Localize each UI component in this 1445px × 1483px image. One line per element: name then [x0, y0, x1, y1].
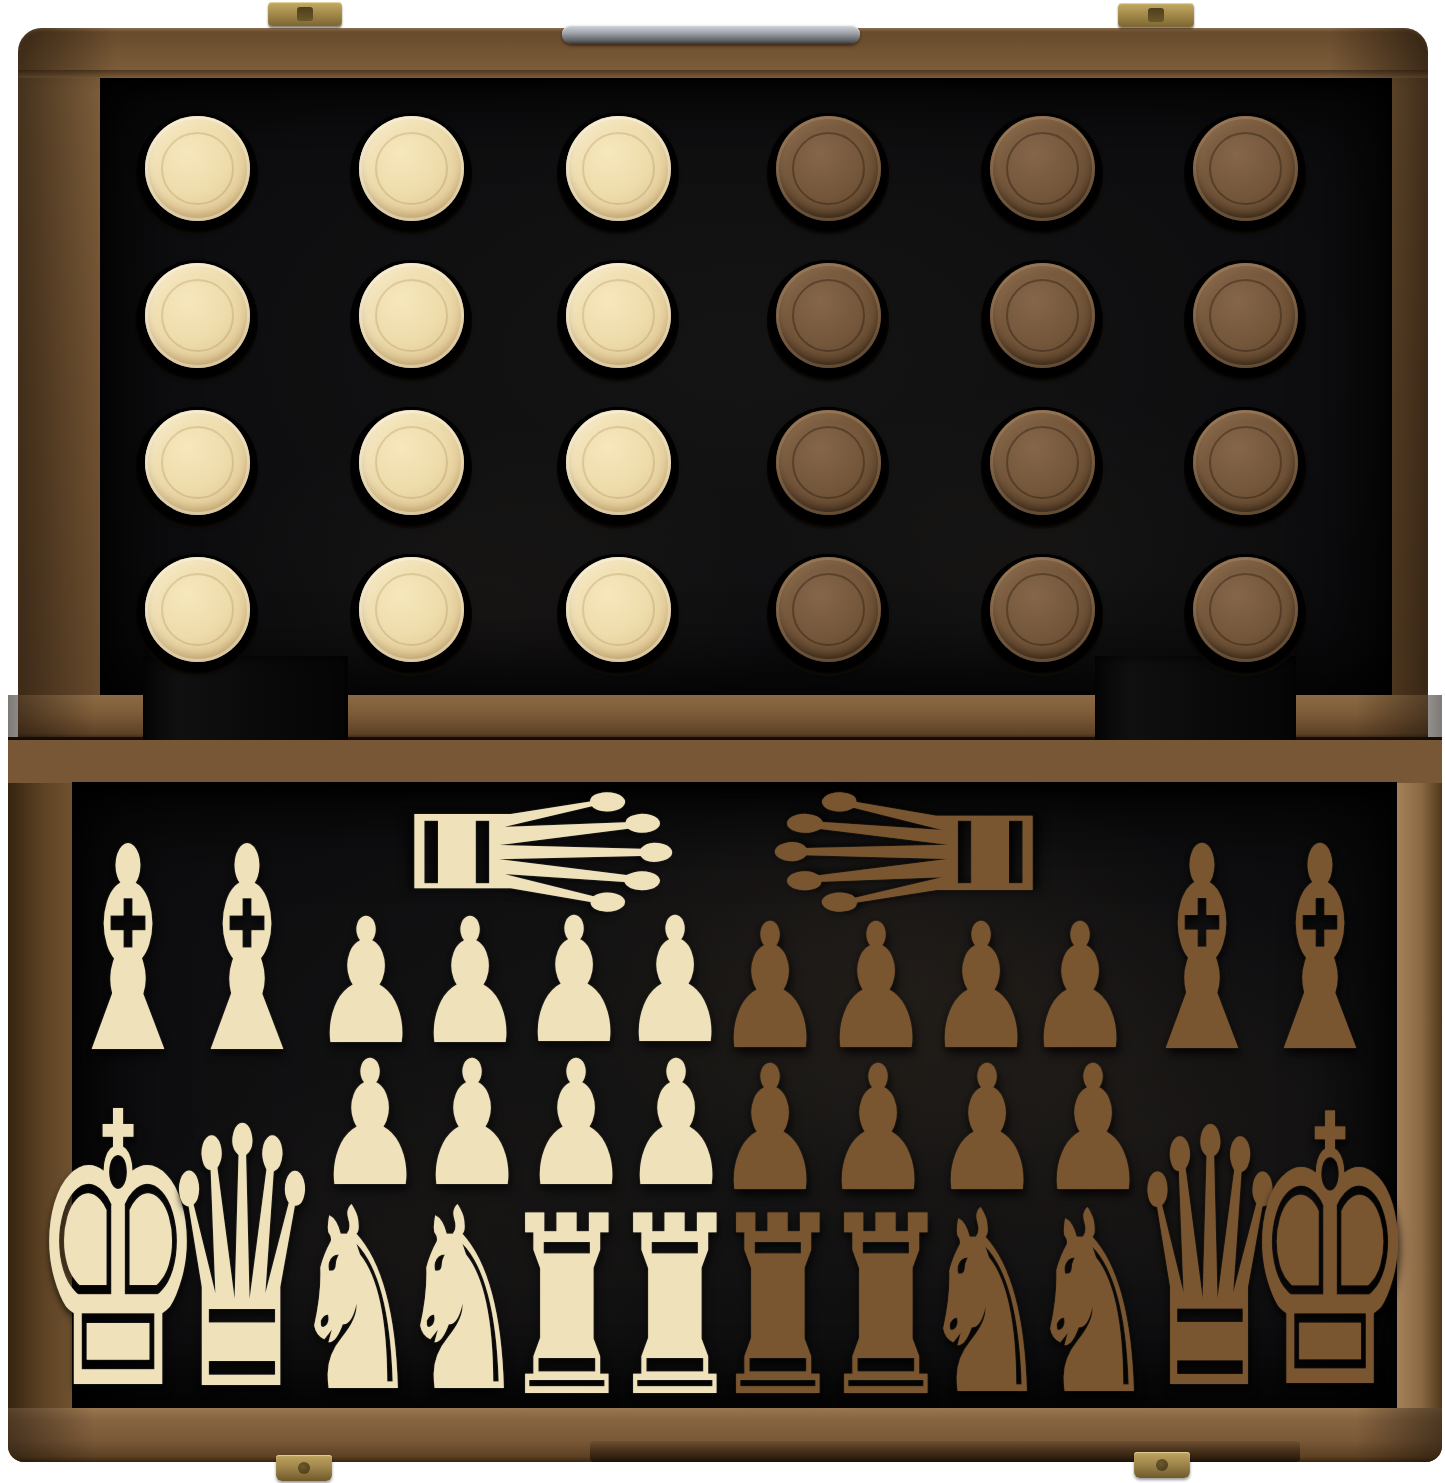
checker-light[interactable] [359, 410, 464, 515]
checker-dark[interactable] [990, 557, 1095, 662]
checker-dark[interactable] [776, 557, 881, 662]
checker-light[interactable] [145, 410, 250, 515]
checker-light[interactable] [145, 116, 250, 221]
checker-light[interactable] [359, 557, 464, 662]
checker-light[interactable] [566, 557, 671, 662]
checker-dark[interactable] [1193, 263, 1298, 368]
checker-light[interactable] [566, 263, 671, 368]
checker-light[interactable] [359, 263, 464, 368]
white-bishop[interactable]: ♝ [177, 846, 316, 1058]
brown-bishop[interactable]: ♝ [1251, 846, 1390, 1057]
brown-king[interactable]: ♚ [1243, 1115, 1417, 1395]
checker-light[interactable] [359, 116, 464, 221]
checker-dark[interactable] [1193, 116, 1298, 221]
checker-light[interactable] [145, 557, 250, 662]
checker-dark[interactable] [990, 263, 1095, 368]
checker-dark[interactable] [776, 263, 881, 368]
checker-dark[interactable] [990, 410, 1095, 515]
checker-dark[interactable] [776, 116, 881, 221]
checker-light[interactable] [145, 263, 250, 368]
checker-dark[interactable] [1193, 410, 1298, 515]
checker-light[interactable] [566, 410, 671, 515]
checker-light[interactable] [566, 116, 671, 221]
checker-dark[interactable] [990, 116, 1095, 221]
checker-dark[interactable] [1193, 557, 1298, 662]
checker-dark[interactable] [776, 410, 881, 515]
chess-checkers-case-photo: ♝♝♛♟♟♟♟♟♟♟♟♚♛♞♞♜♜♛♟♟♟♟♟♟♟♟♝♝♜♜♞♞♛♚ [0, 0, 1445, 1483]
pieces-layer: ♝♝♛♟♟♟♟♟♟♟♟♚♛♞♞♜♜♛♟♟♟♟♟♟♟♟♝♝♜♜♞♞♛♚ [0, 0, 1445, 1483]
